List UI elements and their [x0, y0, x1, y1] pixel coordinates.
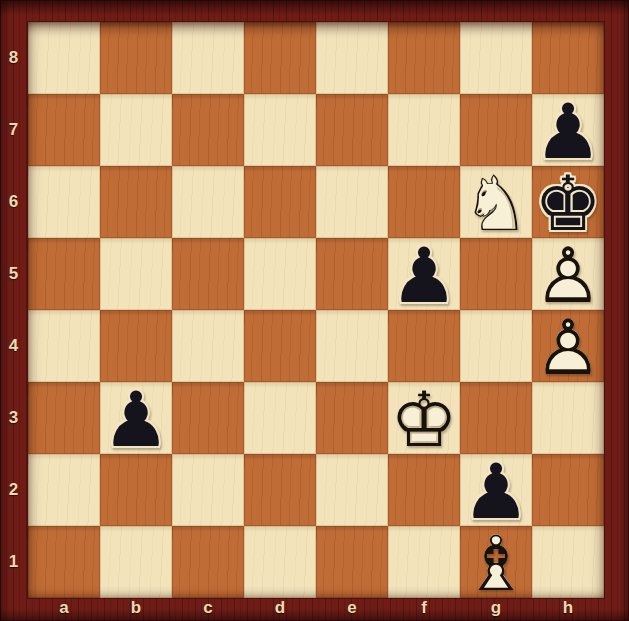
rank-label-5: 5: [0, 238, 27, 310]
file-label-d: d: [244, 597, 316, 619]
square-b8[interactable]: [100, 22, 172, 94]
file-label-a: a: [28, 597, 100, 619]
rank-label-7: 7: [0, 94, 27, 166]
square-c8[interactable]: [172, 22, 244, 94]
square-d3[interactable]: [244, 382, 316, 454]
square-h3[interactable]: [532, 382, 604, 454]
chess-board: ♟♞♘♚♟♟♙♟♙♟♚♔♟♝♗: [28, 22, 604, 598]
square-c7[interactable]: [172, 94, 244, 166]
square-d8[interactable]: [244, 22, 316, 94]
square-g6[interactable]: ♞♘: [460, 166, 532, 238]
pawn-outline-icon: ♙: [532, 310, 604, 386]
chessboard-frame: ♟♞♘♚♟♟♙♟♙♟♚♔♟♝♗ 87654321 abcdefgh: [0, 0, 629, 621]
square-c6[interactable]: [172, 166, 244, 238]
square-b7[interactable]: [100, 94, 172, 166]
square-a4[interactable]: [28, 310, 100, 382]
square-f5[interactable]: ♟: [388, 238, 460, 310]
rank-label-4: 4: [0, 310, 27, 382]
file-label-f: f: [388, 597, 460, 619]
rank-label-8: 8: [0, 22, 27, 94]
square-e1[interactable]: [316, 526, 388, 598]
square-h5[interactable]: ♟♙: [532, 238, 604, 310]
square-a7[interactable]: [28, 94, 100, 166]
white-pawn-h5[interactable]: ♟♙: [532, 238, 604, 310]
square-c5[interactable]: [172, 238, 244, 310]
square-b6[interactable]: [100, 166, 172, 238]
white-knight-g6[interactable]: ♞♘: [460, 166, 532, 238]
square-d1[interactable]: [244, 526, 316, 598]
square-g5[interactable]: [460, 238, 532, 310]
square-a8[interactable]: [28, 22, 100, 94]
black-pawn-b3[interactable]: ♟: [100, 382, 172, 454]
square-a5[interactable]: [28, 238, 100, 310]
square-f6[interactable]: [388, 166, 460, 238]
square-e3[interactable]: [316, 382, 388, 454]
square-d2[interactable]: [244, 454, 316, 526]
square-e8[interactable]: [316, 22, 388, 94]
square-g4[interactable]: [460, 310, 532, 382]
square-c4[interactable]: [172, 310, 244, 382]
square-g8[interactable]: [460, 22, 532, 94]
king-outline-icon: ♔: [388, 382, 460, 458]
square-b1[interactable]: [100, 526, 172, 598]
square-g1[interactable]: ♝♗: [460, 526, 532, 598]
square-e4[interactable]: [316, 310, 388, 382]
file-label-g: g: [460, 597, 532, 619]
knight-outline-icon: ♘: [460, 166, 532, 242]
square-c3[interactable]: [172, 382, 244, 454]
square-d7[interactable]: [244, 94, 316, 166]
square-h1[interactable]: [532, 526, 604, 598]
square-g3[interactable]: [460, 382, 532, 454]
square-d5[interactable]: [244, 238, 316, 310]
square-e7[interactable]: [316, 94, 388, 166]
rank-label-1: 1: [0, 526, 27, 598]
white-pawn-h4[interactable]: ♟♙: [532, 310, 604, 382]
black-pawn-h7[interactable]: ♟: [532, 94, 604, 166]
square-c1[interactable]: [172, 526, 244, 598]
rank-label-6: 6: [0, 166, 27, 238]
square-d6[interactable]: [244, 166, 316, 238]
square-f3[interactable]: ♚♔: [388, 382, 460, 454]
square-e2[interactable]: [316, 454, 388, 526]
file-label-h: h: [532, 597, 604, 619]
black-pawn-g2[interactable]: ♟: [460, 454, 532, 526]
pawn-icon: ♟: [388, 238, 460, 314]
square-h6[interactable]: ♚: [532, 166, 604, 238]
square-f8[interactable]: [388, 22, 460, 94]
square-a2[interactable]: [28, 454, 100, 526]
square-a1[interactable]: [28, 526, 100, 598]
pawn-icon: ♟: [100, 382, 172, 458]
square-h4[interactable]: ♟♙: [532, 310, 604, 382]
black-king-h6[interactable]: ♚: [532, 166, 604, 238]
bishop-outline-icon: ♗: [460, 526, 532, 602]
white-bishop-g1[interactable]: ♝♗: [460, 526, 532, 598]
square-f2[interactable]: [388, 454, 460, 526]
square-b2[interactable]: [100, 454, 172, 526]
rank-label-3: 3: [0, 382, 27, 454]
square-e5[interactable]: [316, 238, 388, 310]
square-c2[interactable]: [172, 454, 244, 526]
file-label-e: e: [316, 597, 388, 619]
rank-label-2: 2: [0, 454, 27, 526]
square-b3[interactable]: ♟: [100, 382, 172, 454]
square-a6[interactable]: [28, 166, 100, 238]
file-label-b: b: [100, 597, 172, 619]
square-g7[interactable]: [460, 94, 532, 166]
file-label-c: c: [172, 597, 244, 619]
square-f1[interactable]: [388, 526, 460, 598]
square-a3[interactable]: [28, 382, 100, 454]
square-f7[interactable]: [388, 94, 460, 166]
square-b4[interactable]: [100, 310, 172, 382]
square-h7[interactable]: ♟: [532, 94, 604, 166]
square-f4[interactable]: [388, 310, 460, 382]
square-h8[interactable]: [532, 22, 604, 94]
black-pawn-f5[interactable]: ♟: [388, 238, 460, 310]
square-h2[interactable]: [532, 454, 604, 526]
square-d4[interactable]: [244, 310, 316, 382]
square-b5[interactable]: [100, 238, 172, 310]
square-g2[interactable]: ♟: [460, 454, 532, 526]
white-king-f3[interactable]: ♚♔: [388, 382, 460, 454]
square-e6[interactable]: [316, 166, 388, 238]
